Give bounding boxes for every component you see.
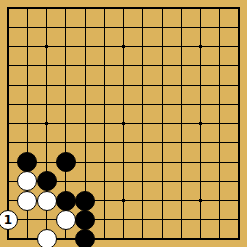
white-stone	[37, 229, 57, 247]
white-stone	[56, 210, 76, 230]
star-point	[199, 122, 202, 125]
star-point	[199, 199, 202, 202]
white-stone: 1	[0, 210, 18, 230]
white-stone	[17, 191, 37, 211]
black-stone	[56, 191, 76, 211]
star-point	[122, 45, 125, 48]
black-stone	[56, 152, 76, 172]
star-point	[122, 122, 125, 125]
black-stone	[75, 229, 95, 247]
star-point	[122, 199, 125, 202]
move-number-label: 1	[4, 214, 12, 226]
star-point	[199, 45, 202, 48]
black-stone	[75, 191, 95, 211]
black-stone	[75, 210, 95, 230]
star-point	[45, 45, 48, 48]
white-stone	[37, 191, 57, 211]
star-point	[45, 122, 48, 125]
go-board[interactable]: 1	[0, 0, 247, 247]
black-stone	[37, 171, 57, 191]
